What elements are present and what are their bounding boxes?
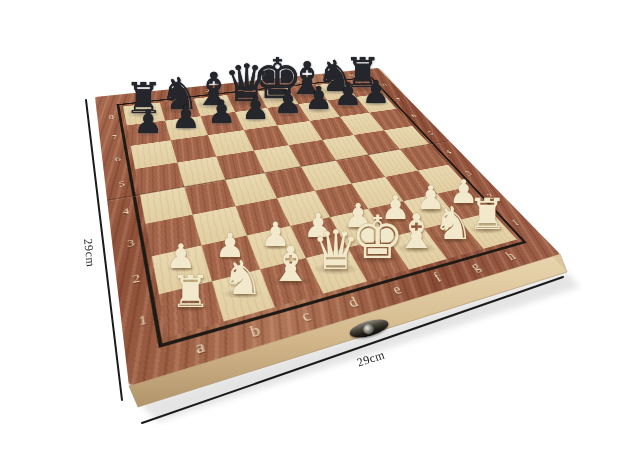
dimension-label-left: 29cm	[80, 238, 98, 268]
white-rook-h1[interactable]: ♜	[468, 193, 507, 236]
white-queen-d1[interactable]: ♛	[311, 223, 360, 278]
white-knight-b1[interactable]: ♞	[222, 255, 264, 302]
black-pawn-a7[interactable]: ♟	[134, 105, 163, 137]
black-pawn-g7[interactable]: ♟	[334, 80, 362, 112]
pieces-layer: ♜♞♝♛♚♝♞♜♟♟♟♟♟♟♟♟♟♟♟♟♟♟♟♟♜♞♝♛♚♝♞♜	[0, 0, 620, 465]
white-bishop-c1[interactable]: ♝	[269, 240, 313, 289]
white-knight-g1[interactable]: ♞	[433, 200, 474, 246]
black-pawn-h7[interactable]: ♟	[362, 76, 390, 108]
black-pawn-f7[interactable]: ♟	[304, 84, 332, 116]
product-photo: aabbccddeeffgghh8877665544332211 ♜♞♝♛♚♝♞…	[0, 0, 620, 465]
white-rook-a1[interactable]: ♜	[170, 270, 210, 315]
black-pawn-d7[interactable]: ♟	[241, 92, 270, 124]
black-pawn-c7[interactable]: ♟	[207, 96, 236, 128]
black-pawn-e7[interactable]: ♟	[274, 88, 303, 120]
black-pawn-b7[interactable]: ♟	[172, 101, 201, 133]
